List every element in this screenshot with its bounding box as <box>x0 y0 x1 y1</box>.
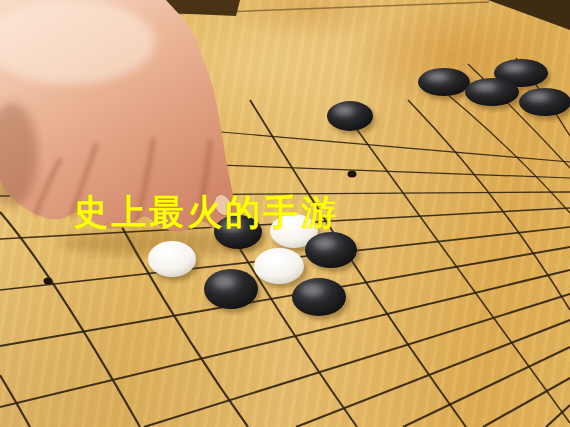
stone-highlight <box>156 247 176 259</box>
stone-highlight <box>528 93 550 102</box>
caption-text: 史上最火的手游 <box>73 194 339 231</box>
go-board-photo: 史上最火的手游 <box>0 0 570 427</box>
black-stone <box>204 269 258 309</box>
stone-highlight <box>262 254 283 266</box>
black-stone <box>292 278 346 316</box>
stone-highlight <box>314 238 336 250</box>
table-gap-corner <box>488 0 570 30</box>
star-point <box>44 278 53 285</box>
grid-line-row <box>0 270 570 407</box>
white-stone <box>148 241 196 277</box>
stone-highlight <box>301 284 324 296</box>
grid-line-row <box>483 378 570 427</box>
grid-line-row <box>403 347 570 427</box>
stone-highlight <box>474 83 497 92</box>
star-point <box>348 171 357 178</box>
black-stone <box>465 78 519 106</box>
black-stone <box>327 101 373 131</box>
stone-highlight <box>213 276 236 289</box>
board-edges <box>163 0 570 30</box>
stone-highlight <box>335 106 354 116</box>
black-stone <box>305 232 357 268</box>
white-stone <box>254 248 304 284</box>
stone-highlight <box>503 64 526 73</box>
stone-highlight <box>427 73 449 82</box>
grid-line-row <box>144 294 570 427</box>
black-stone <box>519 88 570 116</box>
grid-line-row <box>546 405 570 427</box>
black-stone <box>418 68 470 96</box>
